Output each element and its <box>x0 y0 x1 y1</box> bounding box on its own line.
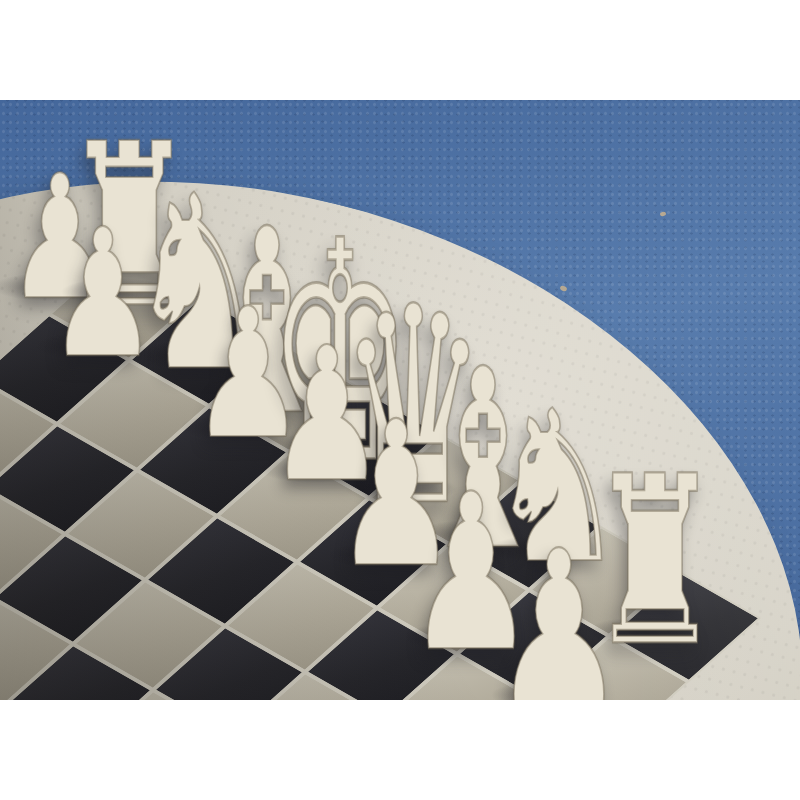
photo-frame: ♜ ♞ ♝ ♚ ♛ ♝ ♞ ♜ ♟ ♟ ♟ ♟ ♟ ♟ ♟ <box>0 0 800 800</box>
cloth-background: ♜ ♞ ♝ ♚ ♛ ♝ ♞ ♜ ♟ ♟ ♟ ♟ ♟ ♟ ♟ <box>0 100 800 700</box>
pawn-glyph: ♟ <box>492 522 626 700</box>
white-matte-bottom <box>0 700 800 800</box>
white-matte-top <box>0 0 800 100</box>
pieces-layer: ♜ ♞ ♝ ♚ ♛ ♝ ♞ ♜ ♟ ♟ ♟ ♟ ♟ ♟ ♟ <box>0 100 800 700</box>
